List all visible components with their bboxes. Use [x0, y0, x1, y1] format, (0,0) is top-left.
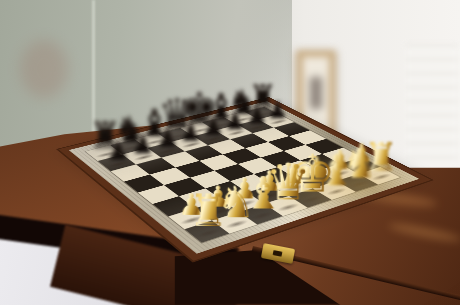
latch-keyhole: [273, 250, 283, 257]
photo-stage: ♜♞♝♛♚♝♞♜♟♟♟♟♟♟♟♟♟♟♟♟♟♟♟♟♜♞♝♛♚♝♞♜: [0, 0, 460, 305]
glass-reflection-smudge: [20, 40, 68, 98]
black-pawn-c7: ♟: [156, 126, 179, 151]
gold-rook-a1: ♜: [189, 188, 229, 232]
square-a1: ♜: [185, 220, 230, 242]
black-pawn-f7: ♟: [225, 109, 247, 133]
black-pawn-e7: ♟: [202, 114, 224, 138]
black-pawn-h7: ♟: [267, 98, 288, 121]
wall-label: [406, 44, 458, 170]
black-pawn-a7: ♟: [107, 138, 130, 164]
black-pawn-g7: ♟: [246, 103, 267, 127]
black-pawn-b7: ♟: [132, 131, 155, 157]
black-pawn-d7: ♟: [180, 120, 202, 145]
artwork-print: [310, 77, 322, 109]
